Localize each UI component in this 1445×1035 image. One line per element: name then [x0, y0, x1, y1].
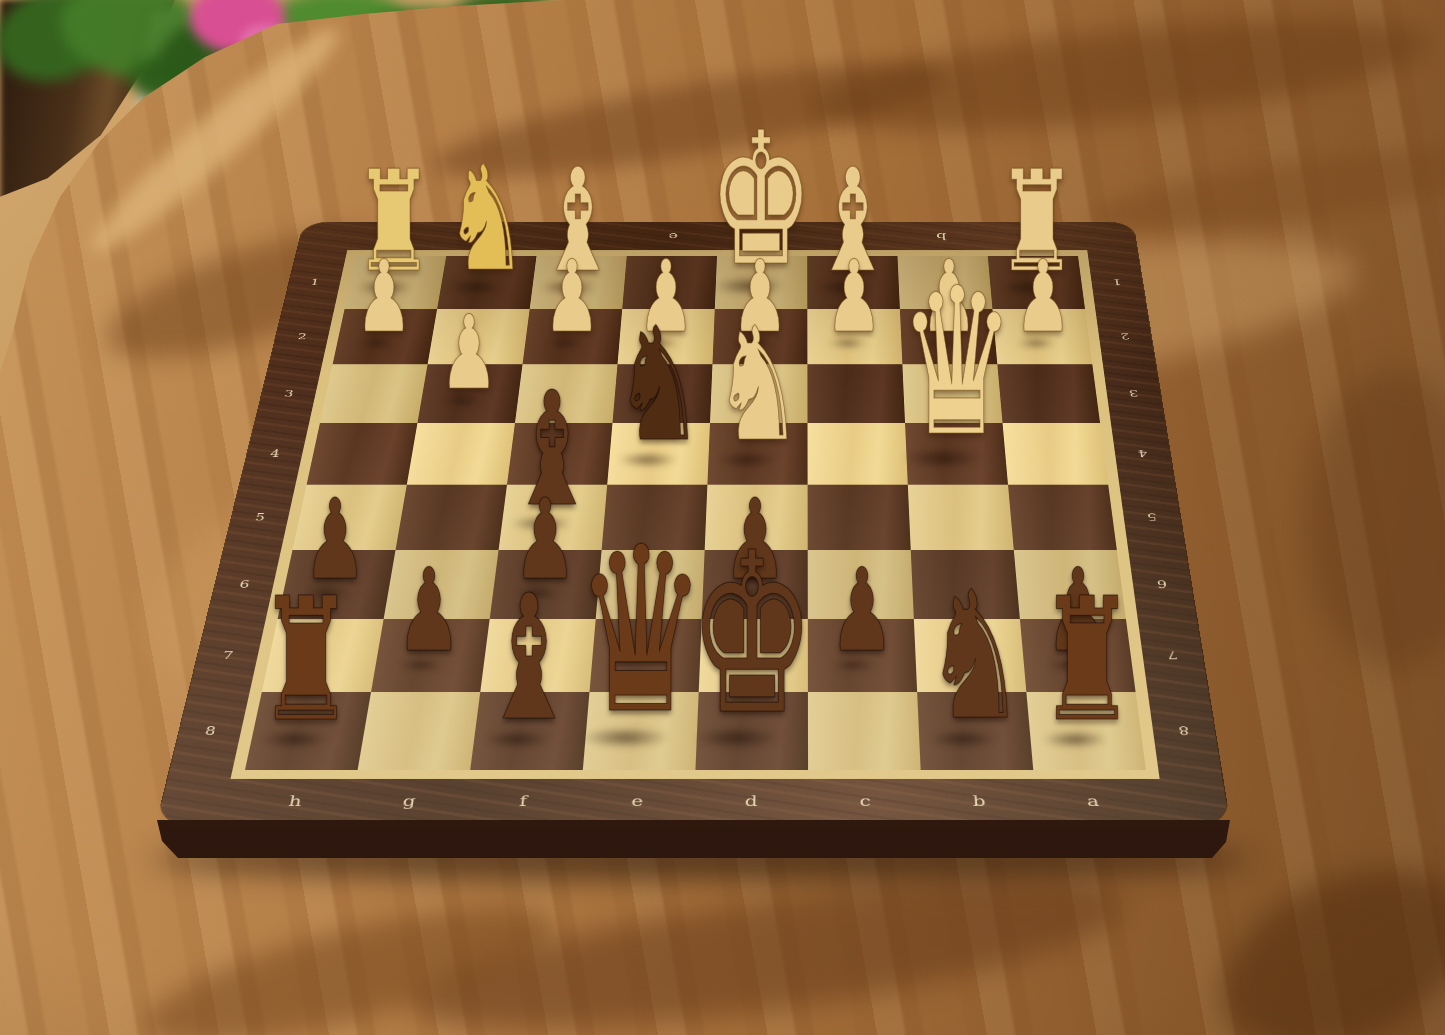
piece-white-pawn-f2[interactable]: ♟ [543, 247, 600, 346]
rank-label-left-2: 2 [297, 331, 308, 341]
file-label-near-e: e [631, 792, 644, 809]
piece-white-pawn-a2[interactable]: ♟ [1014, 247, 1071, 346]
piece-white-knight-d4[interactable]: ♞ [713, 308, 803, 465]
rank-label-left-8: 8 [204, 724, 218, 738]
file-label-near-a: a [1086, 792, 1100, 809]
piece-black-rook-a8[interactable]: ♜ [1038, 575, 1136, 745]
piece-black-pawn-c7[interactable]: ♟ [829, 554, 895, 668]
piece-black-queen-e8[interactable]: ♛ [575, 516, 706, 744]
rank-label-left-7: 7 [221, 649, 234, 662]
file-label-near-g: g [402, 792, 417, 809]
square-a4[interactable] [1003, 423, 1109, 485]
file-label-near-c: c [859, 792, 871, 809]
piece-white-queen-b4[interactable]: ♛ [898, 261, 1015, 464]
rank-label-left-5: 5 [254, 511, 266, 522]
piece-black-pawn-g7[interactable]: ♟ [396, 554, 462, 668]
rank-label-right-3: 3 [1128, 388, 1139, 398]
piece-black-bishop-f8[interactable]: ♝ [480, 572, 579, 744]
square-h3[interactable] [320, 364, 428, 423]
rank-label-left-1: 1 [309, 277, 320, 286]
file-label-near-d: d [744, 792, 757, 809]
square-c4[interactable] [808, 423, 908, 485]
piece-black-knight-b8[interactable]: ♞ [925, 569, 1026, 745]
file-label-near-h: h [287, 792, 303, 809]
piece-white-knight-g1[interactable]: ♞ [444, 147, 527, 292]
square-g8[interactable] [358, 692, 481, 770]
piece-black-knight-e4[interactable]: ♞ [614, 308, 704, 465]
rank-label-right-8: 8 [1178, 724, 1190, 738]
square-c3[interactable] [807, 364, 905, 423]
square-c8[interactable] [808, 692, 921, 770]
rank-label-left-3: 3 [283, 388, 294, 398]
rank-label-right-4: 4 [1137, 448, 1148, 459]
square-b5[interactable] [908, 485, 1014, 550]
rank-label-right-5: 5 [1146, 511, 1157, 522]
square-g4[interactable] [407, 423, 515, 485]
rank-label-left-4: 4 [269, 448, 281, 459]
rank-label-right-1: 1 [1112, 277, 1122, 286]
rank-label-right-6: 6 [1156, 578, 1168, 590]
rank-label-left-6: 6 [238, 578, 251, 590]
square-a5[interactable] [1008, 485, 1117, 550]
photo-scene: hhggffeeddccbbaa1122334455667788 ♜♝♚♝♞♜♟… [0, 0, 1445, 1035]
square-g5[interactable] [396, 485, 507, 550]
rank-label-right-2: 2 [1120, 331, 1130, 341]
square-c5[interactable] [808, 485, 911, 550]
rank-label-right-7: 7 [1167, 649, 1179, 662]
file-label-near-f: f [519, 792, 528, 809]
piece-black-rook-h8[interactable]: ♜ [257, 575, 355, 745]
piece-white-pawn-h2[interactable]: ♟ [355, 247, 412, 346]
piece-white-pawn-g3[interactable]: ♟ [440, 302, 499, 404]
file-label-near-b: b [972, 792, 986, 809]
piece-black-king-d8[interactable]: ♚ [689, 522, 816, 744]
piece-white-pawn-c2[interactable]: ♟ [826, 247, 883, 346]
